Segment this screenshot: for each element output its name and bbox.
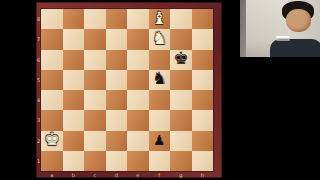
square-b2[interactable] <box>63 131 85 151</box>
square-c1[interactable] <box>84 151 106 171</box>
square-h2[interactable] <box>192 131 214 151</box>
shirt-logo-mark <box>276 36 290 38</box>
square-f4[interactable] <box>149 90 171 110</box>
square-a4[interactable] <box>41 90 63 110</box>
square-b3[interactable] <box>63 110 85 130</box>
file-label-f: f <box>149 171 171 178</box>
square-e2[interactable] <box>127 131 149 151</box>
square-d2[interactable] <box>106 131 128 151</box>
square-b8[interactable] <box>63 9 85 29</box>
file-label-c: c <box>84 171 106 178</box>
square-c2[interactable] <box>84 131 106 151</box>
square-c5[interactable] <box>84 70 106 90</box>
player-face <box>286 9 311 32</box>
square-f5[interactable]: ♞ <box>149 70 171 90</box>
file-label-e: e <box>127 171 149 178</box>
square-e4[interactable] <box>127 90 149 110</box>
file-label-b: b <box>63 171 85 178</box>
file-labels: abcdefgh <box>41 171 213 178</box>
square-e7[interactable] <box>127 29 149 49</box>
square-d3[interactable] <box>106 110 128 130</box>
square-d8[interactable] <box>106 9 128 29</box>
square-g7[interactable] <box>170 29 192 49</box>
square-h6[interactable] <box>192 50 214 70</box>
square-f8[interactable]: ♝ <box>149 9 171 29</box>
square-f1[interactable] <box>149 151 171 171</box>
file-label-a: a <box>41 171 63 178</box>
square-f6[interactable] <box>149 50 171 70</box>
square-h3[interactable] <box>192 110 214 130</box>
square-g5[interactable] <box>170 70 192 90</box>
square-b5[interactable] <box>63 70 85 90</box>
square-e6[interactable] <box>127 50 149 70</box>
square-g2[interactable] <box>170 131 192 151</box>
square-e1[interactable] <box>127 151 149 171</box>
square-d6[interactable] <box>106 50 128 70</box>
square-d5[interactable] <box>106 70 128 90</box>
square-e8[interactable] <box>127 9 149 29</box>
square-a5[interactable] <box>41 70 63 90</box>
player-shirt <box>270 39 320 57</box>
square-g4[interactable] <box>170 90 192 110</box>
video-still: 87654321 ♝♞♚♞♚♟ abcdefgh <box>0 0 320 180</box>
board-frame: 87654321 ♝♞♚♞♚♟ abcdefgh <box>36 2 222 178</box>
square-c6[interactable] <box>84 50 106 70</box>
file-label-d: d <box>106 171 128 178</box>
square-f3[interactable] <box>149 110 171 130</box>
webcam-overlay <box>240 0 320 57</box>
square-f7[interactable]: ♞ <box>149 29 171 49</box>
black-pawn[interactable]: ♟ <box>153 133 166 147</box>
white-knight[interactable]: ♞ <box>152 30 167 47</box>
square-a6[interactable] <box>41 50 63 70</box>
square-d7[interactable] <box>106 29 128 49</box>
file-label-h: h <box>192 171 214 178</box>
square-g3[interactable] <box>170 110 192 130</box>
square-g6[interactable]: ♚ <box>170 50 192 70</box>
square-f2[interactable]: ♟ <box>149 131 171 151</box>
square-c7[interactable] <box>84 29 106 49</box>
file-label-g: g <box>170 171 192 178</box>
white-king[interactable]: ♚ <box>44 131 59 148</box>
square-b6[interactable] <box>63 50 85 70</box>
chess-board[interactable]: ♝♞♚♞♚♟ <box>41 9 213 171</box>
square-c4[interactable] <box>84 90 106 110</box>
square-d4[interactable] <box>106 90 128 110</box>
square-d1[interactable] <box>106 151 128 171</box>
square-e5[interactable] <box>127 70 149 90</box>
square-b1[interactable] <box>63 151 85 171</box>
white-bishop[interactable]: ♝ <box>152 10 167 27</box>
square-h4[interactable] <box>192 90 214 110</box>
square-c8[interactable] <box>84 9 106 29</box>
square-a3[interactable] <box>41 110 63 130</box>
square-e3[interactable] <box>127 110 149 130</box>
square-g8[interactable] <box>170 9 192 29</box>
square-a2[interactable]: ♚ <box>41 131 63 151</box>
square-h7[interactable] <box>192 29 214 49</box>
square-h1[interactable] <box>192 151 214 171</box>
square-a8[interactable] <box>41 9 63 29</box>
square-h8[interactable] <box>192 9 214 29</box>
square-h5[interactable] <box>192 70 214 90</box>
square-a1[interactable] <box>41 151 63 171</box>
square-g1[interactable] <box>170 151 192 171</box>
square-a7[interactable] <box>41 29 63 49</box>
black-king[interactable]: ♚ <box>173 50 188 67</box>
square-c3[interactable] <box>84 110 106 130</box>
black-knight[interactable]: ♞ <box>152 70 167 87</box>
square-b4[interactable] <box>63 90 85 110</box>
square-b7[interactable] <box>63 29 85 49</box>
